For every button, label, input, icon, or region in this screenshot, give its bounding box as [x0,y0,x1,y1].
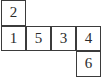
grid-cell-face-5: 5 [26,26,51,52]
grid-cell-face-3: 3 [51,26,76,52]
grid-cell-face-1: 1 [1,26,26,52]
grid-cell-face-6: 6 [76,51,101,77]
cube-net-grid: 215346 [1,0,101,77]
grid-cell-face-4: 4 [76,26,101,52]
cube-net-diagram: 215346 [0,0,102,78]
grid-cell-face-2: 2 [1,0,26,26]
